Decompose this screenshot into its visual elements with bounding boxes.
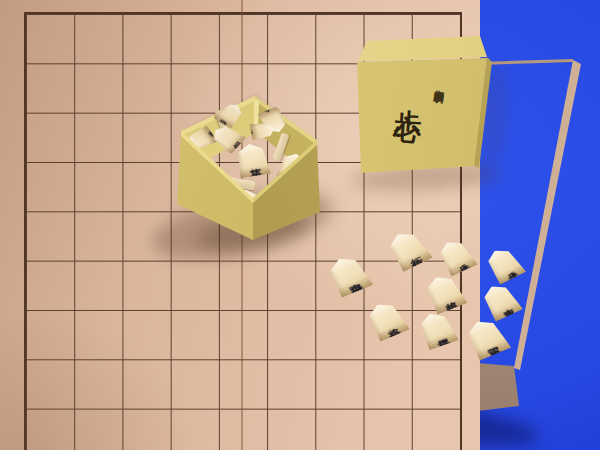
- shogi-set-photo: 御将棋駒 歩心 飛金香銀桂馬王将歩角歩歩 角行歩兵歩兵飛車銀将香車金将桂馬玉将: [0, 0, 600, 450]
- piece-kanji: 銀将: [439, 293, 451, 297]
- piece-kanji: 桂馬: [432, 329, 443, 333]
- pieces-on-board: 角行歩兵歩兵飛車銀将香車金将桂馬玉将: [0, 0, 600, 450]
- shogi-piece-kinsho-gold: 金将: [362, 298, 409, 341]
- shogi-piece-ginsho-silver: 銀将: [421, 272, 467, 315]
- shogi-piece-fuhyo-pawn-1: 歩兵: [434, 236, 478, 276]
- shogi-piece-kyosha-lance: 香車: [477, 280, 522, 321]
- shogi-piece-kakugyo-bishop: 角行: [383, 226, 433, 271]
- piece-kanji: 歩兵: [500, 263, 510, 268]
- piece-kanji: 飛車: [343, 274, 355, 279]
- piece-kanji: 玉将: [481, 337, 493, 342]
- shogi-piece-fuhyo-pawn-2: 歩兵: [482, 244, 526, 284]
- shogi-piece-gyokusho-king: 玉将: [461, 315, 511, 361]
- piece-kanji: 香車: [496, 300, 507, 305]
- piece-kanji: 金将: [381, 320, 392, 325]
- piece-kanji: 角行: [404, 248, 415, 254]
- shogi-piece-keima-knight: 桂馬: [415, 308, 459, 349]
- piece-kanji: 歩兵: [452, 256, 462, 261]
- shogi-piece-hisha-rook: 飛車: [323, 252, 373, 298]
